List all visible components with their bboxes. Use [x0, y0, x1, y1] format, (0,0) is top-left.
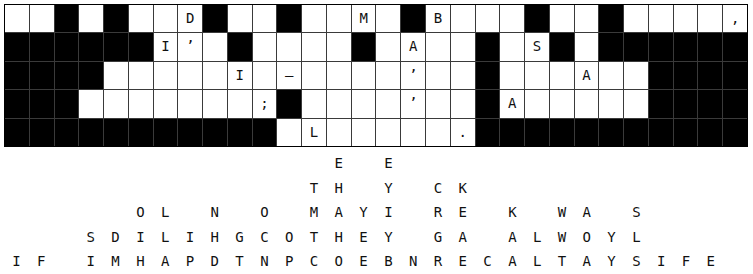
empty-cell[interactable]: [599, 62, 623, 89]
empty-cell[interactable]: [302, 33, 326, 60]
black-cell: [674, 90, 698, 117]
black-cell: [55, 119, 79, 146]
fallen-letter: E: [698, 249, 723, 274]
black-cell: [129, 119, 153, 146]
black-cell: [599, 119, 623, 146]
fallen-letter: W: [550, 225, 575, 250]
empty-cell[interactable]: [352, 119, 376, 146]
black-cell: [79, 62, 103, 89]
black-cell: [277, 90, 301, 117]
fallen-letter: P: [178, 249, 203, 274]
black-cell: [698, 119, 722, 146]
fallen-letter: O: [574, 225, 599, 250]
black-cell: [599, 5, 623, 32]
fallen-letter: I: [4, 249, 29, 274]
empty-cell[interactable]: [376, 90, 400, 117]
black-cell: [550, 119, 574, 146]
fallen-letter: M: [302, 200, 327, 225]
black-cell: [352, 33, 376, 60]
empty-cell[interactable]: [575, 33, 599, 60]
empty-cell[interactable]: [104, 90, 128, 117]
black-cell: [55, 5, 79, 32]
empty-cell[interactable]: [203, 62, 227, 89]
fallen-letter: A: [574, 200, 599, 225]
fallen-letters-area: EETHYCKOLNOMAYIREKWASSDILIHGCOTHEYGAALWO…: [4, 151, 748, 274]
black-cell: [649, 62, 673, 89]
prefilled-cell: ’: [401, 62, 425, 89]
black-cell: [674, 33, 698, 60]
black-cell: [5, 90, 29, 117]
fallen-letter: Y: [376, 176, 401, 201]
black-cell: [104, 119, 128, 146]
empty-cell[interactable]: [624, 5, 648, 32]
prefilled-cell: –: [277, 62, 301, 89]
empty-cell[interactable]: [451, 5, 475, 32]
empty-cell[interactable]: [302, 90, 326, 117]
empty-cell[interactable]: [178, 62, 202, 89]
empty-cell[interactable]: [228, 90, 252, 117]
prefilled-cell: A: [401, 33, 425, 60]
prefilled-cell: ’: [178, 33, 202, 60]
empty-cell[interactable]: [277, 119, 301, 146]
prefilled-cell: L: [302, 119, 326, 146]
fallen-letter: L: [153, 200, 178, 225]
fallen-letter: G: [426, 225, 451, 250]
empty-cell[interactable]: [376, 119, 400, 146]
black-cell: [253, 119, 277, 146]
fallen-letter: I: [178, 225, 203, 250]
fallen-letter: R: [426, 200, 451, 225]
fallen-letter: A: [500, 225, 525, 250]
black-cell: [154, 119, 178, 146]
black-cell: [30, 62, 54, 89]
black-cell: [79, 33, 103, 60]
empty-cell[interactable]: [129, 62, 153, 89]
prefilled-cell: D: [178, 5, 202, 32]
black-cell: [55, 90, 79, 117]
black-cell: [649, 33, 673, 60]
black-cell: [698, 33, 722, 60]
fallen-letter: L: [153, 225, 178, 250]
black-cell: [104, 5, 128, 32]
fallen-letter: E: [376, 151, 401, 176]
empty-cell[interactable]: [426, 90, 450, 117]
black-cell: [5, 62, 29, 89]
black-cell: [5, 33, 29, 60]
black-cell: [55, 33, 79, 60]
fallen-letter: T: [302, 176, 327, 201]
black-cell: [277, 5, 301, 32]
fallen-letter: D: [103, 225, 128, 250]
fallen-letter: I: [376, 200, 401, 225]
empty-cell[interactable]: [327, 62, 351, 89]
empty-cell[interactable]: [253, 62, 277, 89]
black-cell: [203, 5, 227, 32]
fallen-letter: N: [202, 200, 227, 225]
black-cell: [649, 90, 673, 117]
black-cell: [476, 62, 500, 89]
prefilled-cell: S: [525, 33, 549, 60]
fallen-phrase-puzzle: DMB,I’ASI–’A;’AL. EETHYCKOLNOMAYIREKWASS…: [0, 0, 753, 274]
prefilled-cell: ;: [253, 90, 277, 117]
prefilled-cell: I: [154, 33, 178, 60]
empty-cell[interactable]: [500, 62, 524, 89]
fallen-letter: T: [302, 225, 327, 250]
fallen-letter: S: [78, 225, 103, 250]
fallen-letter: Y: [376, 225, 401, 250]
black-cell: [476, 119, 500, 146]
empty-cell[interactable]: [575, 90, 599, 117]
fallen-letter: P: [277, 249, 302, 274]
empty-cell[interactable]: [178, 90, 202, 117]
fallen-letter: Y: [351, 200, 376, 225]
fallen-letter: C: [302, 249, 327, 274]
empty-cell[interactable]: [30, 5, 54, 32]
fallen-letter: S: [624, 200, 649, 225]
fallen-letter: N: [252, 249, 277, 274]
empty-cell[interactable]: [698, 5, 722, 32]
empty-cell[interactable]: [451, 33, 475, 60]
empty-cell[interactable]: [129, 90, 153, 117]
black-cell: [674, 62, 698, 89]
empty-cell[interactable]: [253, 33, 277, 60]
black-cell: [649, 119, 673, 146]
black-cell: [476, 33, 500, 60]
black-cell: [5, 119, 29, 146]
empty-cell[interactable]: [277, 33, 301, 60]
fallen-letter: K: [500, 200, 525, 225]
fallen-letter: H: [128, 249, 153, 274]
fallen-letter: C: [426, 176, 451, 201]
prefilled-cell: B: [426, 5, 450, 32]
black-cell: [575, 119, 599, 146]
black-cell: [178, 119, 202, 146]
empty-cell[interactable]: [575, 5, 599, 32]
empty-cell[interactable]: [376, 62, 400, 89]
black-cell: [104, 33, 128, 60]
fallen-letter: A: [153, 249, 178, 274]
prefilled-cell: M: [352, 5, 376, 32]
black-cell: [203, 119, 227, 146]
fallen-letter: H: [326, 225, 351, 250]
fallen-letter: A: [500, 249, 525, 274]
fallen-letter: S: [624, 249, 649, 274]
fallen-letter: A: [326, 200, 351, 225]
fallen-letter: T: [550, 249, 575, 274]
empty-cell[interactable]: [253, 5, 277, 32]
fallen-letter: H: [326, 176, 351, 201]
fallen-letter: I: [128, 225, 153, 250]
empty-cell[interactable]: [674, 5, 698, 32]
black-cell: [723, 119, 747, 146]
empty-cell[interactable]: [376, 33, 400, 60]
empty-cell[interactable]: [154, 62, 178, 89]
empty-cell[interactable]: [129, 5, 153, 32]
empty-cell[interactable]: [5, 5, 29, 32]
fallen-letter: Y: [599, 225, 624, 250]
fallen-letter: O: [252, 200, 277, 225]
black-cell: [476, 90, 500, 117]
fallen-letter: E: [450, 200, 475, 225]
prefilled-cell: I: [228, 62, 252, 89]
empty-cell[interactable]: [476, 5, 500, 32]
empty-cell[interactable]: [624, 90, 648, 117]
black-cell: [698, 62, 722, 89]
black-cell: [401, 5, 425, 32]
fallen-letter: G: [227, 225, 252, 250]
empty-cell[interactable]: [624, 62, 648, 89]
fallen-letter: T: [227, 249, 252, 274]
fallen-letter: L: [525, 249, 550, 274]
fallen-letter: E: [450, 249, 475, 274]
fallen-letter: A: [450, 225, 475, 250]
prefilled-cell: ,: [723, 5, 747, 32]
fallen-letter: O: [128, 200, 153, 225]
black-cell: [79, 119, 103, 146]
fallen-letter: F: [29, 249, 54, 274]
empty-cell[interactable]: [352, 62, 376, 89]
fallen-letter: Y: [599, 249, 624, 274]
black-cell: [525, 5, 549, 32]
empty-cell[interactable]: [228, 5, 252, 32]
fallen-letter: L: [525, 225, 550, 250]
prefilled-cell: A: [500, 90, 524, 117]
empty-cell[interactable]: [302, 62, 326, 89]
black-cell: [500, 119, 524, 146]
black-cell: [228, 33, 252, 60]
empty-cell[interactable]: [327, 90, 351, 117]
fallen-letter: L: [624, 225, 649, 250]
fallen-letter: B: [376, 249, 401, 274]
fallen-letter: R: [426, 249, 451, 274]
empty-cell[interactable]: [451, 90, 475, 117]
empty-cell[interactable]: [327, 119, 351, 146]
fallen-letter: E: [326, 151, 351, 176]
empty-cell[interactable]: [599, 90, 623, 117]
fallen-letter: O: [277, 225, 302, 250]
empty-cell[interactable]: [79, 90, 103, 117]
empty-cell[interactable]: [79, 5, 103, 32]
fallen-letter: I: [78, 249, 103, 274]
empty-cell[interactable]: [104, 62, 128, 89]
empty-cell[interactable]: [154, 5, 178, 32]
empty-cell[interactable]: [550, 90, 574, 117]
fallen-letter: C: [475, 249, 500, 274]
empty-cell[interactable]: [550, 5, 574, 32]
black-cell: [30, 119, 54, 146]
prefilled-cell: A: [575, 62, 599, 89]
empty-cell[interactable]: [500, 5, 524, 32]
empty-cell[interactable]: [327, 5, 351, 32]
black-cell: [550, 33, 574, 60]
fallen-letter: W: [550, 200, 575, 225]
fallen-letter: F: [674, 249, 699, 274]
empty-cell[interactable]: [426, 33, 450, 60]
fallen-letter: N: [401, 249, 426, 274]
fallen-letter: C: [252, 225, 277, 250]
empty-cell[interactable]: [203, 33, 227, 60]
empty-cell[interactable]: [500, 33, 524, 60]
empty-cell[interactable]: [203, 90, 227, 117]
fallen-letter: O: [326, 249, 351, 274]
fallen-letter: E: [351, 225, 376, 250]
empty-cell[interactable]: [327, 33, 351, 60]
prefilled-cell: .: [451, 119, 475, 146]
fallen-letter: K: [450, 176, 475, 201]
black-cell: [55, 62, 79, 89]
black-cell: [698, 90, 722, 117]
fallen-letter: I: [649, 249, 674, 274]
empty-cell[interactable]: [451, 62, 475, 89]
fallen-letter: M: [103, 249, 128, 274]
empty-cell[interactable]: [525, 90, 549, 117]
prefilled-cell: ’: [401, 90, 425, 117]
fallen-letter: A: [574, 249, 599, 274]
empty-cell[interactable]: [352, 90, 376, 117]
empty-cell[interactable]: [649, 5, 673, 32]
black-cell: [30, 33, 54, 60]
fallen-letter: D: [202, 249, 227, 274]
black-cell: [624, 119, 648, 146]
empty-cell[interactable]: [302, 5, 326, 32]
black-cell: [674, 119, 698, 146]
empty-cell[interactable]: [426, 119, 450, 146]
empty-cell[interactable]: [401, 119, 425, 146]
black-cell: [30, 90, 54, 117]
black-cell: [723, 33, 747, 60]
empty-cell[interactable]: [154, 90, 178, 117]
puzzle-board: DMB,I’ASI–’A;’AL.: [4, 4, 748, 147]
empty-cell[interactable]: [376, 5, 400, 32]
empty-cell[interactable]: [550, 62, 574, 89]
black-cell: [228, 119, 252, 146]
black-cell: [624, 33, 648, 60]
black-cell: [599, 33, 623, 60]
black-cell: [129, 33, 153, 60]
empty-cell[interactable]: [525, 62, 549, 89]
fallen-letter: H: [202, 225, 227, 250]
black-cell: [525, 119, 549, 146]
fallen-letter: E: [351, 249, 376, 274]
empty-cell[interactable]: [426, 62, 450, 89]
black-cell: [723, 62, 747, 89]
black-cell: [723, 90, 747, 117]
